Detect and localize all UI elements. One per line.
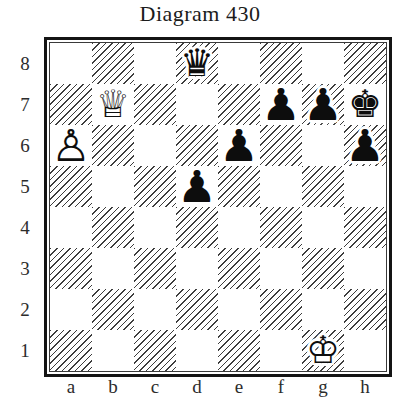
piece-white-king: ♔	[306, 330, 340, 371]
square-f5[interactable]	[260, 166, 302, 207]
file-label-f: f	[260, 375, 302, 399]
square-g7[interactable]: ♟	[302, 84, 344, 125]
square-e5[interactable]	[218, 166, 260, 207]
piece-black-pawn: ♟	[261, 84, 300, 125]
file-label-d: d	[176, 375, 218, 399]
rank-label-8: 8	[13, 43, 37, 84]
square-e7[interactable]	[218, 84, 260, 125]
square-c7[interactable]	[134, 84, 176, 125]
square-c1[interactable]	[134, 330, 176, 371]
square-b7[interactable]: ♕	[92, 84, 134, 125]
square-e8[interactable]	[218, 43, 260, 84]
square-d2[interactable]	[176, 289, 218, 330]
file-label-e: e	[218, 375, 260, 399]
square-a1[interactable]	[50, 330, 92, 371]
square-f2[interactable]	[260, 289, 302, 330]
square-f8[interactable]	[260, 43, 302, 84]
square-c6[interactable]	[134, 125, 176, 166]
rank-label-3: 3	[13, 248, 37, 289]
square-h7[interactable]: ♚	[344, 84, 386, 125]
piece-black-pawn: ♟	[219, 125, 258, 166]
square-g2[interactable]	[302, 289, 344, 330]
square-d5[interactable]: ♟	[176, 166, 218, 207]
square-c3[interactable]	[134, 248, 176, 289]
square-c8[interactable]	[134, 43, 176, 84]
square-f4[interactable]	[260, 207, 302, 248]
square-g6[interactable]	[302, 125, 344, 166]
diagram-page: Diagram 430 87654321 ♛♕♟♟♚♙♟♟♟♔ abcdefgh	[0, 0, 400, 400]
square-b2[interactable]	[92, 289, 134, 330]
square-g3[interactable]	[302, 248, 344, 289]
file-label-c: c	[134, 375, 176, 399]
square-a3[interactable]	[50, 248, 92, 289]
square-g4[interactable]	[302, 207, 344, 248]
square-b8[interactable]	[92, 43, 134, 84]
square-b1[interactable]	[92, 330, 134, 371]
square-g1[interactable]: ♔	[302, 330, 344, 371]
page-title: Diagram 430	[0, 1, 400, 27]
piece-black-pawn: ♟	[177, 166, 216, 207]
rank-label-5: 5	[13, 166, 37, 207]
square-d8[interactable]: ♛	[176, 43, 218, 84]
piece-white-pawn: ♙	[51, 125, 90, 166]
piece-black-king: ♚	[348, 84, 382, 125]
chess-board: ♛♕♟♟♚♙♟♟♟♔	[44, 37, 392, 377]
rank-label-1: 1	[13, 330, 37, 371]
square-h4[interactable]	[344, 207, 386, 248]
square-c2[interactable]	[134, 289, 176, 330]
square-d6[interactable]	[176, 125, 218, 166]
file-label-h: h	[344, 375, 386, 399]
square-d7[interactable]	[176, 84, 218, 125]
file-label-g: g	[302, 375, 344, 399]
square-f1[interactable]	[260, 330, 302, 371]
square-a6[interactable]: ♙	[50, 125, 92, 166]
rank-label-6: 6	[13, 125, 37, 166]
board-squares: ♛♕♟♟♚♙♟♟♟♔	[49, 42, 387, 372]
square-a5[interactable]	[50, 166, 92, 207]
square-d4[interactable]	[176, 207, 218, 248]
piece-black-pawn: ♟	[345, 125, 384, 166]
square-h3[interactable]	[344, 248, 386, 289]
square-f6[interactable]	[260, 125, 302, 166]
square-d1[interactable]	[176, 330, 218, 371]
square-h1[interactable]	[344, 330, 386, 371]
square-g8[interactable]	[302, 43, 344, 84]
square-a2[interactable]	[50, 289, 92, 330]
square-a4[interactable]	[50, 207, 92, 248]
square-g5[interactable]	[302, 166, 344, 207]
square-d3[interactable]	[176, 248, 218, 289]
square-h8[interactable]	[344, 43, 386, 84]
square-e6[interactable]: ♟	[218, 125, 260, 166]
piece-black-queen: ♛	[180, 43, 214, 84]
square-f3[interactable]	[260, 248, 302, 289]
piece-white-queen: ♕	[96, 84, 130, 125]
square-e1[interactable]	[218, 330, 260, 371]
piece-black-pawn: ♟	[303, 84, 342, 125]
square-b6[interactable]	[92, 125, 134, 166]
rank-label-7: 7	[13, 84, 37, 125]
square-h6[interactable]: ♟	[344, 125, 386, 166]
square-e2[interactable]	[218, 289, 260, 330]
rank-label-2: 2	[13, 289, 37, 330]
rank-label-4: 4	[13, 207, 37, 248]
square-e3[interactable]	[218, 248, 260, 289]
square-b5[interactable]	[92, 166, 134, 207]
square-a8[interactable]	[50, 43, 92, 84]
square-b3[interactable]	[92, 248, 134, 289]
square-f7[interactable]: ♟	[260, 84, 302, 125]
square-c5[interactable]	[134, 166, 176, 207]
square-h2[interactable]	[344, 289, 386, 330]
square-h5[interactable]	[344, 166, 386, 207]
file-label-a: a	[50, 375, 92, 399]
file-labels: abcdefgh	[50, 375, 386, 399]
square-c4[interactable]	[134, 207, 176, 248]
rank-labels: 87654321	[13, 43, 37, 371]
file-label-b: b	[92, 375, 134, 399]
square-a7[interactable]	[50, 84, 92, 125]
square-b4[interactable]	[92, 207, 134, 248]
square-e4[interactable]	[218, 207, 260, 248]
